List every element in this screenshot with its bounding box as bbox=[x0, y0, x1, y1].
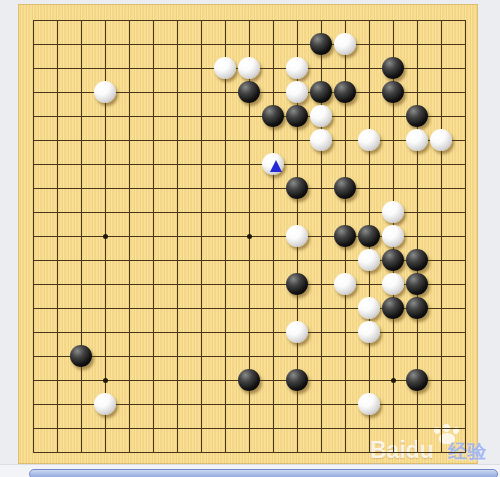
stone-white bbox=[214, 57, 236, 79]
stone-white bbox=[358, 249, 380, 271]
stone-white bbox=[286, 225, 308, 247]
stone-black bbox=[406, 249, 428, 271]
stone-black bbox=[70, 345, 92, 367]
last-move-marker bbox=[270, 160, 282, 172]
stone-black bbox=[334, 177, 356, 199]
grid-line-vertical bbox=[273, 20, 274, 453]
go-board[interactable]: Baidu经验 jingyan.baidu.com bbox=[18, 4, 478, 464]
stone-black bbox=[238, 81, 260, 103]
grid-line-horizontal bbox=[33, 332, 466, 333]
stone-black bbox=[310, 81, 332, 103]
grid-line-vertical bbox=[465, 20, 466, 453]
stone-white bbox=[358, 129, 380, 151]
watermark-brand-baidu: Baidu bbox=[370, 437, 434, 463]
watermark-brand: Baidu经验 bbox=[370, 437, 486, 465]
stone-black bbox=[406, 273, 428, 295]
stone-black bbox=[310, 33, 332, 55]
star-point bbox=[103, 378, 108, 383]
stone-white bbox=[286, 321, 308, 343]
grid-line-horizontal bbox=[33, 452, 466, 453]
horizontal-scrollbar[interactable] bbox=[29, 469, 498, 477]
stone-white bbox=[334, 273, 356, 295]
stone-black bbox=[334, 81, 356, 103]
stone-black bbox=[286, 177, 308, 199]
stone-white bbox=[262, 153, 284, 175]
stone-white bbox=[406, 129, 428, 151]
stone-black bbox=[382, 81, 404, 103]
stone-black bbox=[358, 225, 380, 247]
stone-white bbox=[382, 201, 404, 223]
stone-white bbox=[358, 393, 380, 415]
stone-black bbox=[262, 105, 284, 127]
stone-black bbox=[286, 369, 308, 391]
grid-line-horizontal bbox=[33, 428, 466, 429]
star-point bbox=[103, 234, 108, 239]
stone-white bbox=[94, 393, 116, 415]
stone-black bbox=[406, 297, 428, 319]
grid-line-vertical bbox=[441, 20, 442, 453]
stone-black bbox=[382, 57, 404, 79]
stone-black bbox=[382, 297, 404, 319]
grid-line-horizontal bbox=[33, 356, 466, 357]
stone-white bbox=[238, 57, 260, 79]
star-point bbox=[247, 234, 252, 239]
stone-white bbox=[430, 129, 452, 151]
stone-black bbox=[286, 273, 308, 295]
stone-white bbox=[358, 297, 380, 319]
stone-white bbox=[286, 81, 308, 103]
stone-white bbox=[286, 57, 308, 79]
star-point bbox=[391, 378, 396, 383]
page-background: Baidu经验 jingyan.baidu.com bbox=[0, 0, 500, 477]
stone-black bbox=[334, 225, 356, 247]
stone-black bbox=[406, 105, 428, 127]
stone-white bbox=[358, 321, 380, 343]
stone-black bbox=[238, 369, 260, 391]
stone-white bbox=[310, 129, 332, 151]
stone-white bbox=[382, 225, 404, 247]
stone-white bbox=[382, 273, 404, 295]
stone-white bbox=[334, 33, 356, 55]
stone-black bbox=[286, 105, 308, 127]
stone-black bbox=[406, 369, 428, 391]
stone-black bbox=[382, 249, 404, 271]
stone-white bbox=[310, 105, 332, 127]
stone-white bbox=[94, 81, 116, 103]
